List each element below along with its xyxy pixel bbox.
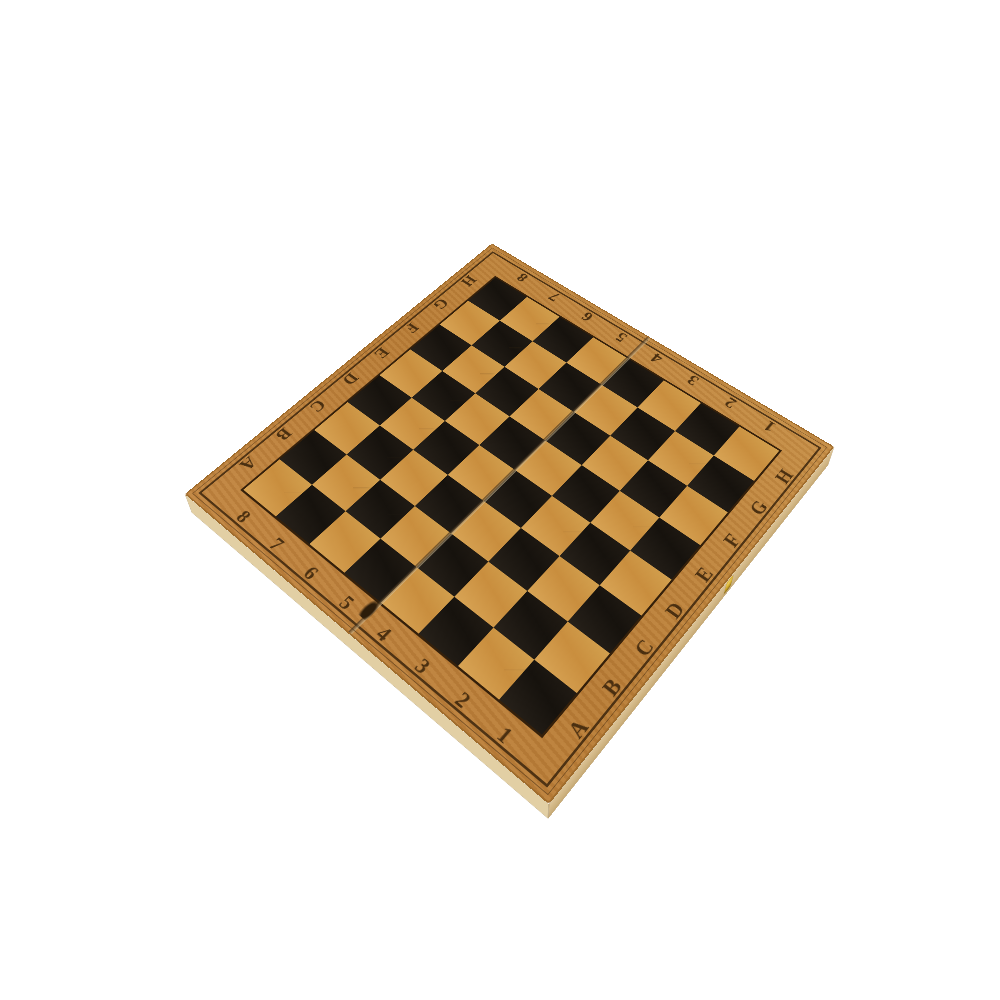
dark-rook-icon: ♜ <box>506 619 586 709</box>
white-rook-icon: ♜ <box>259 440 310 497</box>
chess-board: ABCDEFGH ABCDEFGH 87654321 87654321 ♜♞♝♚… <box>185 243 835 804</box>
product-photo-scene: ABCDEFGH ABCDEFGH 87654321 87654321 ♜♞♝♚… <box>0 0 1000 1000</box>
white-pawn-icon: ♟ <box>363 465 411 518</box>
